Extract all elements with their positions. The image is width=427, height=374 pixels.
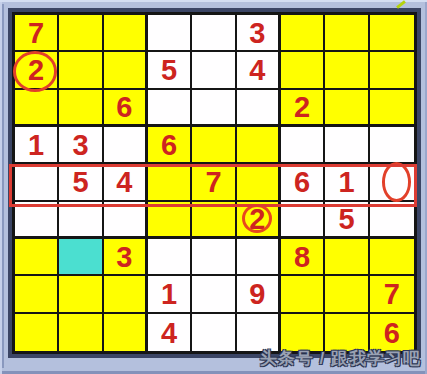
digit: 4 — [161, 319, 177, 348]
cell-r2c9[interactable] — [370, 52, 414, 89]
cell-r1c2[interactable] — [59, 15, 103, 52]
cell-r5c1[interactable] — [15, 164, 59, 201]
cell-r1c8[interactable] — [325, 15, 369, 52]
cell-r6c4[interactable] — [148, 202, 192, 239]
digit: 2 — [28, 56, 44, 85]
cell-r4c9[interactable] — [370, 127, 414, 164]
cell-r9c9[interactable]: 6 — [370, 314, 414, 351]
cell-r3c4[interactable] — [148, 90, 192, 127]
cell-r9c6[interactable] — [237, 314, 281, 351]
cell-r5c9[interactable] — [370, 164, 414, 201]
cell-r7c6[interactable] — [237, 239, 281, 276]
digit: 6 — [161, 131, 177, 160]
digit: 3 — [72, 131, 88, 160]
cell-r7c7[interactable]: 8 — [281, 239, 325, 276]
cell-r8c8[interactable] — [325, 276, 369, 313]
cell-r1c1[interactable]: 7 — [15, 15, 59, 52]
digit: 3 — [249, 19, 265, 48]
cell-r8c2[interactable] — [59, 276, 103, 313]
cell-r7c8[interactable] — [325, 239, 369, 276]
digit: 5 — [338, 205, 354, 234]
cell-r4c4[interactable]: 6 — [148, 127, 192, 164]
cell-r3c5[interactable] — [192, 90, 236, 127]
cell-r2c3[interactable] — [104, 52, 148, 89]
cell-r7c2[interactable] — [59, 239, 103, 276]
cell-r3c9[interactable] — [370, 90, 414, 127]
cell-r2c2[interactable] — [59, 52, 103, 89]
digit: 7 — [205, 168, 221, 197]
cell-r5c4[interactable] — [148, 164, 192, 201]
cell-r6c8[interactable]: 5 — [325, 202, 369, 239]
digit: 6 — [294, 168, 310, 197]
cell-r6c9[interactable] — [370, 202, 414, 239]
cell-r7c3[interactable]: 3 — [104, 239, 148, 276]
cell-r7c9[interactable] — [370, 239, 414, 276]
cell-r2c4[interactable]: 5 — [148, 52, 192, 89]
cell-r9c1[interactable] — [15, 314, 59, 351]
cell-r9c8[interactable] — [325, 314, 369, 351]
digit: 3 — [116, 243, 132, 272]
cell-r5c6[interactable] — [237, 164, 281, 201]
cell-r4c8[interactable] — [325, 127, 369, 164]
cell-r5c5[interactable]: 7 — [192, 164, 236, 201]
cell-r4c7[interactable] — [281, 127, 325, 164]
cell-r9c7[interactable] — [281, 314, 325, 351]
digit: 7 — [384, 280, 400, 309]
cell-r2c5[interactable] — [192, 52, 236, 89]
cell-r6c7[interactable] — [281, 202, 325, 239]
cell-r3c3[interactable]: 6 — [104, 90, 148, 127]
cell-r1c7[interactable] — [281, 15, 325, 52]
sudoku-grid: 732546213654761253819746 — [12, 12, 417, 354]
digit: 6 — [384, 319, 400, 348]
cell-r3c8[interactable] — [325, 90, 369, 127]
digit: 8 — [294, 243, 310, 272]
digit: 5 — [161, 56, 177, 85]
digit: 9 — [249, 280, 265, 309]
cell-r2c6[interactable]: 4 — [237, 52, 281, 89]
cell-r7c4[interactable] — [148, 239, 192, 276]
sudoku-board: 732546213654761253819746 — [8, 8, 421, 358]
cell-r3c2[interactable] — [59, 90, 103, 127]
cell-r1c5[interactable] — [192, 15, 236, 52]
cell-r8c5[interactable] — [192, 276, 236, 313]
cell-r2c7[interactable] — [281, 52, 325, 89]
cell-r2c1[interactable]: 2 — [15, 52, 59, 89]
cell-r4c2[interactable]: 3 — [59, 127, 103, 164]
cell-r7c5[interactable] — [192, 239, 236, 276]
cell-r8c1[interactable] — [15, 276, 59, 313]
digit: 4 — [249, 56, 265, 85]
cell-r7c1[interactable] — [15, 239, 59, 276]
cell-r9c2[interactable] — [59, 314, 103, 351]
watermark-text: 头条号 / 跟我学习吧 — [260, 347, 421, 370]
digit: 1 — [28, 131, 44, 160]
cell-r9c5[interactable] — [192, 314, 236, 351]
cell-r1c9[interactable] — [370, 15, 414, 52]
cell-r4c5[interactable] — [192, 127, 236, 164]
cell-r5c7[interactable]: 6 — [281, 164, 325, 201]
cell-r8c6[interactable]: 9 — [237, 276, 281, 313]
cell-r6c2[interactable] — [59, 202, 103, 239]
digit: 2 — [249, 205, 265, 234]
cell-r6c6[interactable]: 2 — [237, 202, 281, 239]
cell-r3c1[interactable] — [15, 90, 59, 127]
digit: 5 — [72, 168, 88, 197]
cell-r8c9[interactable]: 7 — [370, 276, 414, 313]
digit: 2 — [294, 93, 310, 122]
screenshot-frame: 732546213654761253819746 头条号 / 跟我学习吧 — [0, 0, 427, 374]
cell-r4c6[interactable] — [237, 127, 281, 164]
cell-r6c1[interactable] — [15, 202, 59, 239]
cell-r3c6[interactable] — [237, 90, 281, 127]
cell-r5c8[interactable]: 1 — [325, 164, 369, 201]
cell-r9c3[interactable] — [104, 314, 148, 351]
cell-r5c2[interactable]: 5 — [59, 164, 103, 201]
digit: 7 — [28, 19, 44, 48]
cell-r3c7[interactable]: 2 — [281, 90, 325, 127]
cell-r5c3[interactable]: 4 — [104, 164, 148, 201]
cell-r4c3[interactable] — [104, 127, 148, 164]
red-circle-annotation — [382, 162, 411, 202]
cell-r6c3[interactable] — [104, 202, 148, 239]
cell-r2c8[interactable] — [325, 52, 369, 89]
digit: 4 — [116, 168, 132, 197]
cell-r1c3[interactable] — [104, 15, 148, 52]
cell-r4c1[interactable]: 1 — [15, 127, 59, 164]
digit: 1 — [338, 168, 354, 197]
cell-r6c5[interactable] — [192, 202, 236, 239]
cell-r1c4[interactable] — [148, 15, 192, 52]
digit: 1 — [161, 280, 177, 309]
cell-r8c4[interactable]: 1 — [148, 276, 192, 313]
cell-r8c3[interactable] — [104, 276, 148, 313]
cell-r8c7[interactable] — [281, 276, 325, 313]
cell-r9c4[interactable]: 4 — [148, 314, 192, 351]
cell-r1c6[interactable]: 3 — [237, 15, 281, 52]
digit: 6 — [116, 93, 132, 122]
